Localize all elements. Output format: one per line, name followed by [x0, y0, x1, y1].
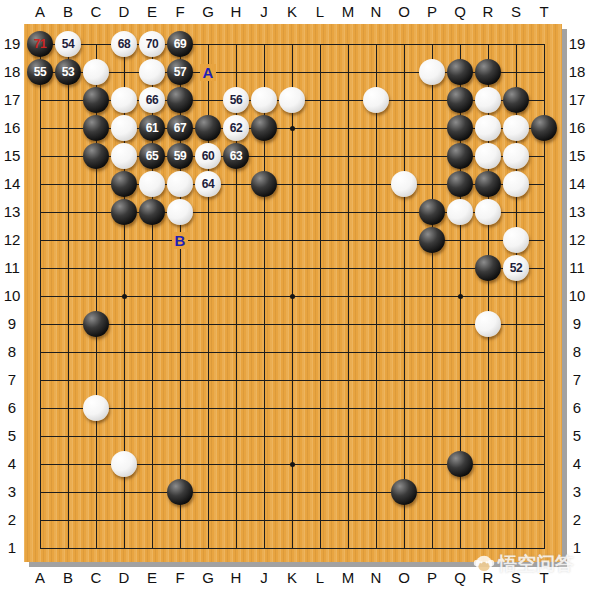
- col-label-K: K: [278, 1, 306, 23]
- white-stone-F13: [167, 199, 193, 225]
- row-label-13: 13: [0, 198, 24, 226]
- col-label-T: T: [530, 567, 558, 589]
- col-label-J: J: [250, 567, 278, 589]
- black-stone-A18: 55: [27, 59, 53, 85]
- top-coordinates: ABCDEFGHJKLMNOPQRST: [26, 1, 558, 23]
- black-stone-R11: [475, 255, 501, 281]
- white-stone-E18: [139, 59, 165, 85]
- black-stone-Q18: [447, 59, 473, 85]
- move-number-53: 53: [62, 65, 74, 79]
- black-stone-Q16: [447, 115, 473, 141]
- point-label-text-B: B: [172, 232, 189, 249]
- row-label-18: 18: [565, 58, 589, 86]
- col-label-G: G: [194, 1, 222, 23]
- col-label-C: C: [82, 1, 110, 23]
- col-label-J: J: [250, 1, 278, 23]
- move-number-65: 65: [146, 149, 158, 163]
- point-label-B: B: [166, 226, 194, 254]
- col-label-E: E: [138, 567, 166, 589]
- row-label-3: 3: [0, 478, 24, 506]
- row-label-17: 17: [565, 86, 589, 114]
- black-stone-S17: [503, 87, 529, 113]
- col-label-B: B: [54, 567, 82, 589]
- col-label-O: O: [390, 1, 418, 23]
- point-label-text-A: A: [200, 64, 217, 81]
- col-label-B: B: [54, 1, 82, 23]
- row-label-6: 6: [565, 394, 589, 422]
- white-stone-S15: [503, 143, 529, 169]
- move-number-54: 54: [62, 37, 74, 51]
- row-label-11: 11: [565, 254, 589, 282]
- row-label-19: 19: [0, 30, 24, 58]
- black-stone-E15: 65: [139, 143, 165, 169]
- col-label-E: E: [138, 1, 166, 23]
- move-number-55: 55: [34, 65, 46, 79]
- black-stone-F18: 57: [167, 59, 193, 85]
- row-label-14: 14: [0, 170, 24, 198]
- move-number-62: 62: [230, 121, 242, 135]
- white-stone-D16: [111, 115, 137, 141]
- row-label-10: 10: [565, 282, 589, 310]
- black-stone-F19: 69: [167, 31, 193, 57]
- right-coordinates: 19181716151413121110987654321: [565, 30, 589, 562]
- row-label-16: 16: [565, 114, 589, 142]
- white-stone-E19: 70: [139, 31, 165, 57]
- col-label-H: H: [222, 567, 250, 589]
- stones-grid: 71546870695553576656616762655960636452AB: [26, 30, 558, 562]
- black-stone-J16: [251, 115, 277, 141]
- white-stone-F14: [167, 171, 193, 197]
- white-stone-D4: [111, 451, 137, 477]
- black-stone-H15: 63: [223, 143, 249, 169]
- move-number-68: 68: [118, 37, 130, 51]
- col-label-O: O: [390, 567, 418, 589]
- row-label-15: 15: [565, 142, 589, 170]
- move-number-69: 69: [174, 37, 186, 51]
- black-stone-Q15: [447, 143, 473, 169]
- row-label-2: 2: [0, 506, 24, 534]
- white-stone-J17: [251, 87, 277, 113]
- white-stone-S12: [503, 227, 529, 253]
- black-stone-D13: [111, 199, 137, 225]
- white-stone-E14: [139, 171, 165, 197]
- white-stone-D19: 68: [111, 31, 137, 57]
- col-label-H: H: [222, 1, 250, 23]
- col-label-L: L: [306, 567, 334, 589]
- white-stone-R13: [475, 199, 501, 225]
- black-stone-C9: [83, 311, 109, 337]
- col-label-N: N: [362, 1, 390, 23]
- move-number-66: 66: [146, 93, 158, 107]
- move-number-52: 52: [510, 261, 522, 275]
- black-stone-R18: [475, 59, 501, 85]
- black-stone-Q14: [447, 171, 473, 197]
- col-label-A: A: [26, 1, 54, 23]
- row-label-8: 8: [0, 338, 24, 366]
- black-stone-G16: [195, 115, 221, 141]
- move-number-61: 61: [146, 121, 158, 135]
- black-stone-T16: [531, 115, 557, 141]
- row-label-4: 4: [0, 450, 24, 478]
- row-label-19: 19: [565, 30, 589, 58]
- white-stone-S16: [503, 115, 529, 141]
- black-stone-E16: 61: [139, 115, 165, 141]
- row-label-10: 10: [0, 282, 24, 310]
- white-stone-N17: [363, 87, 389, 113]
- black-stone-F17: [167, 87, 193, 113]
- row-label-18: 18: [0, 58, 24, 86]
- black-stone-B18: 53: [55, 59, 81, 85]
- white-stone-D17: [111, 87, 137, 113]
- col-label-L: L: [306, 1, 334, 23]
- white-stone-E17: 66: [139, 87, 165, 113]
- col-label-S: S: [502, 567, 530, 589]
- black-stone-D14: [111, 171, 137, 197]
- black-stone-F3: [167, 479, 193, 505]
- row-label-8: 8: [565, 338, 589, 366]
- point-label-A: A: [194, 58, 222, 86]
- col-label-M: M: [334, 1, 362, 23]
- row-label-5: 5: [0, 422, 24, 450]
- white-stone-R16: [475, 115, 501, 141]
- go-board[interactable]: 71546870695553576656616762655960636452AB: [24, 24, 562, 562]
- col-label-A: A: [26, 567, 54, 589]
- black-stone-C16: [83, 115, 109, 141]
- row-label-7: 7: [0, 366, 24, 394]
- black-stone-C17: [83, 87, 109, 113]
- move-number-60: 60: [202, 149, 214, 163]
- col-label-D: D: [110, 1, 138, 23]
- col-label-F: F: [166, 567, 194, 589]
- col-label-P: P: [418, 1, 446, 23]
- row-label-4: 4: [565, 450, 589, 478]
- black-stone-A19: 71: [27, 31, 53, 57]
- row-label-11: 11: [0, 254, 24, 282]
- black-stone-P12: [419, 227, 445, 253]
- white-stone-H16: 62: [223, 115, 249, 141]
- black-stone-C15: [83, 143, 109, 169]
- row-label-15: 15: [0, 142, 24, 170]
- white-stone-H17: 56: [223, 87, 249, 113]
- white-stone-Q13: [447, 199, 473, 225]
- row-label-1: 1: [565, 534, 589, 562]
- col-label-S: S: [502, 1, 530, 23]
- col-label-P: P: [418, 567, 446, 589]
- white-stone-C6: [83, 395, 109, 421]
- move-number-64: 64: [202, 177, 214, 191]
- col-label-T: T: [530, 1, 558, 23]
- white-stone-G14: 64: [195, 171, 221, 197]
- col-label-D: D: [110, 567, 138, 589]
- row-label-2: 2: [565, 506, 589, 534]
- black-stone-R14: [475, 171, 501, 197]
- left-coordinates: 19181716151413121110987654321: [0, 30, 24, 562]
- bottom-coordinates: ABCDEFGHJKLMNOPQRST: [26, 567, 558, 589]
- row-label-13: 13: [565, 198, 589, 226]
- black-stone-J14: [251, 171, 277, 197]
- col-label-N: N: [362, 567, 390, 589]
- move-number-57: 57: [174, 65, 186, 79]
- white-stone-C18: [83, 59, 109, 85]
- row-label-1: 1: [0, 534, 24, 562]
- black-stone-E13: [139, 199, 165, 225]
- white-stone-R9: [475, 311, 501, 337]
- white-stone-G15: 60: [195, 143, 221, 169]
- white-stone-B19: 54: [55, 31, 81, 57]
- move-number-56: 56: [230, 93, 242, 107]
- row-label-9: 9: [565, 310, 589, 338]
- white-stone-P18: [419, 59, 445, 85]
- row-label-5: 5: [565, 422, 589, 450]
- black-stone-F16: 67: [167, 115, 193, 141]
- row-label-7: 7: [565, 366, 589, 394]
- black-stone-F15: 59: [167, 143, 193, 169]
- white-stone-O14: [391, 171, 417, 197]
- row-label-9: 9: [0, 310, 24, 338]
- move-number-67: 67: [174, 121, 186, 135]
- white-stone-K17: [279, 87, 305, 113]
- white-stone-R17: [475, 87, 501, 113]
- black-stone-O3: [391, 479, 417, 505]
- row-label-12: 12: [565, 226, 589, 254]
- col-label-G: G: [194, 567, 222, 589]
- row-label-17: 17: [0, 86, 24, 114]
- col-label-M: M: [334, 567, 362, 589]
- row-label-12: 12: [0, 226, 24, 254]
- white-stone-S14: [503, 171, 529, 197]
- col-label-K: K: [278, 567, 306, 589]
- col-label-R: R: [474, 567, 502, 589]
- black-stone-P13: [419, 199, 445, 225]
- row-label-3: 3: [565, 478, 589, 506]
- col-label-Q: Q: [446, 567, 474, 589]
- col-label-Q: Q: [446, 1, 474, 23]
- white-stone-R15: [475, 143, 501, 169]
- white-stone-D15: [111, 143, 137, 169]
- white-stone-S11: 52: [503, 255, 529, 281]
- row-label-16: 16: [0, 114, 24, 142]
- black-stone-Q4: [447, 451, 473, 477]
- col-label-R: R: [474, 1, 502, 23]
- move-number-63: 63: [230, 149, 242, 163]
- row-label-6: 6: [0, 394, 24, 422]
- move-number-70: 70: [146, 37, 158, 51]
- black-stone-Q17: [447, 87, 473, 113]
- move-number-71: 71: [34, 37, 46, 51]
- row-label-14: 14: [565, 170, 589, 198]
- col-label-C: C: [82, 567, 110, 589]
- col-label-F: F: [166, 1, 194, 23]
- move-number-59: 59: [174, 149, 186, 163]
